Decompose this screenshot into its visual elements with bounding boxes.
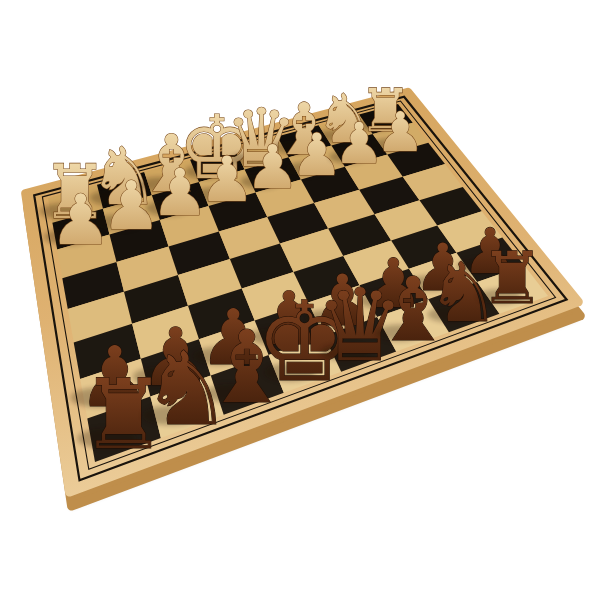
chessboard: ♜♞♝♚♛♝♞♜♟♟♟♟♟♟♟♟♟♟♟♟♟♟♟♟♜♞♝♚♛♝♞♜ bbox=[0, 0, 600, 600]
product-photo: ♜♞♝♚♛♝♞♜♟♟♟♟♟♟♟♟♟♟♟♟♟♟♟♟♜♞♝♚♛♝♞♜ bbox=[0, 0, 600, 600]
piece-black-rook-a8[interactable]: ♜ bbox=[480, 236, 544, 320]
piece-white-pawn-a2[interactable]: ♟ bbox=[376, 100, 425, 164]
